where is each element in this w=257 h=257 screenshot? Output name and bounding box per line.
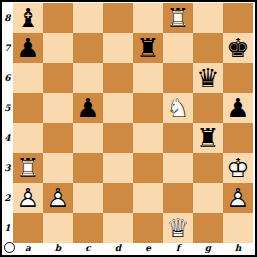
black-queen-glyph: ♛ <box>196 63 219 93</box>
square-c6[interactable] <box>73 63 103 93</box>
square-e7[interactable]: ♜ <box>133 33 163 63</box>
square-f7[interactable] <box>163 33 193 63</box>
square-c5[interactable]: ♟ <box>73 93 103 123</box>
square-a4[interactable] <box>13 123 43 153</box>
file-label-d: d <box>103 242 133 255</box>
square-a1[interactable] <box>13 213 43 243</box>
square-a8[interactable]: ♝ <box>13 3 43 33</box>
square-f8[interactable]: ♜♖ <box>163 3 193 33</box>
file-label-g: g <box>193 242 223 255</box>
square-g8[interactable] <box>193 3 223 33</box>
black-bishop[interactable]: ♝ <box>13 3 43 33</box>
rank-label-4: 4 <box>2 123 13 153</box>
black-king[interactable]: ♚ <box>223 33 253 63</box>
black-pawn-glyph: ♟ <box>76 93 99 123</box>
black-pawn-glyph: ♟ <box>226 93 249 123</box>
white-rook-glyph: ♖ <box>166 3 189 33</box>
square-g4[interactable]: ♜ <box>193 123 223 153</box>
square-e6[interactable] <box>133 63 163 93</box>
chess-diagram: 87654321 ♝♜♖♟♜♚♛♟♞♘♟♜♜♖♚♔♟♙♟♙♟♙♛♕ abcdef… <box>0 0 257 257</box>
square-a6[interactable] <box>13 63 43 93</box>
square-d1[interactable] <box>103 213 133 243</box>
square-e8[interactable] <box>133 3 163 33</box>
black-bishop-glyph: ♝ <box>16 3 39 33</box>
file-label-a: a <box>13 242 43 255</box>
white-to-move-icon <box>4 242 15 253</box>
square-g2[interactable] <box>193 183 223 213</box>
square-c2[interactable] <box>73 183 103 213</box>
square-h1[interactable] <box>223 213 253 243</box>
black-rook-glyph: ♜ <box>136 33 159 63</box>
square-e3[interactable] <box>133 153 163 183</box>
white-king[interactable]: ♚♔ <box>223 153 253 183</box>
black-king-glyph: ♚ <box>226 33 249 63</box>
rank-labels: 87654321 <box>2 3 13 243</box>
square-a2[interactable]: ♟♙ <box>13 183 43 213</box>
white-pawn-glyph: ♙ <box>46 183 69 213</box>
square-h6[interactable] <box>223 63 253 93</box>
square-c8[interactable] <box>73 3 103 33</box>
square-h8[interactable] <box>223 3 253 33</box>
file-label-f: f <box>163 242 193 255</box>
white-rook[interactable]: ♜♖ <box>13 153 43 183</box>
square-e5[interactable] <box>133 93 163 123</box>
rank-label-7: 7 <box>2 33 13 63</box>
square-b7[interactable] <box>43 33 73 63</box>
square-e2[interactable] <box>133 183 163 213</box>
square-b6[interactable] <box>43 63 73 93</box>
square-b8[interactable] <box>43 3 73 33</box>
white-queen[interactable]: ♛♕ <box>163 213 193 243</box>
square-g7[interactable] <box>193 33 223 63</box>
black-pawn[interactable]: ♟ <box>13 33 43 63</box>
white-rook[interactable]: ♜♖ <box>163 3 193 33</box>
white-rook-glyph: ♖ <box>16 153 39 183</box>
square-c3[interactable] <box>73 153 103 183</box>
square-g1[interactable] <box>193 213 223 243</box>
rank-label-2: 2 <box>2 183 13 213</box>
white-queen-glyph: ♕ <box>166 213 189 243</box>
white-pawn[interactable]: ♟♙ <box>43 183 73 213</box>
square-d5[interactable] <box>103 93 133 123</box>
square-d8[interactable] <box>103 3 133 33</box>
square-b4[interactable] <box>43 123 73 153</box>
square-f2[interactable] <box>163 183 193 213</box>
white-knight-glyph: ♘ <box>166 93 189 123</box>
file-label-e: e <box>133 242 163 255</box>
square-g5[interactable] <box>193 93 223 123</box>
rank-label-1: 1 <box>2 213 13 243</box>
white-pawn-glyph: ♙ <box>226 183 249 213</box>
square-h4[interactable] <box>223 123 253 153</box>
square-h3[interactable]: ♚♔ <box>223 153 253 183</box>
black-queen[interactable]: ♛ <box>193 63 223 93</box>
square-e1[interactable] <box>133 213 163 243</box>
white-king-glyph: ♔ <box>226 153 249 183</box>
white-knight[interactable]: ♞♘ <box>163 93 193 123</box>
square-a5[interactable] <box>13 93 43 123</box>
rank-label-3: 3 <box>2 153 13 183</box>
square-f3[interactable] <box>163 153 193 183</box>
square-g6[interactable]: ♛ <box>193 63 223 93</box>
black-pawn[interactable]: ♟ <box>223 93 253 123</box>
square-c4[interactable] <box>73 123 103 153</box>
rank-label-6: 6 <box>2 63 13 93</box>
square-b3[interactable] <box>43 153 73 183</box>
black-pawn-glyph: ♟ <box>16 33 39 63</box>
white-pawn[interactable]: ♟♙ <box>13 183 43 213</box>
chess-board: ♝♜♖♟♜♚♛♟♞♘♟♜♜♖♚♔♟♙♟♙♟♙♛♕ <box>13 3 253 243</box>
white-pawn[interactable]: ♟♙ <box>223 183 253 213</box>
file-labels: abcdefgh <box>13 242 253 255</box>
black-pawn[interactable]: ♟ <box>73 93 103 123</box>
black-rook-glyph: ♜ <box>196 123 219 153</box>
square-d2[interactable] <box>103 183 133 213</box>
black-rook[interactable]: ♜ <box>133 33 163 63</box>
square-d7[interactable] <box>103 33 133 63</box>
square-d4[interactable] <box>103 123 133 153</box>
square-d3[interactable] <box>103 153 133 183</box>
square-h2[interactable]: ♟♙ <box>223 183 253 213</box>
square-d6[interactable] <box>103 63 133 93</box>
file-label-h: h <box>223 242 253 255</box>
file-label-b: b <box>43 242 73 255</box>
square-g3[interactable] <box>193 153 223 183</box>
square-h7[interactable]: ♚ <box>223 33 253 63</box>
square-f1[interactable]: ♛♕ <box>163 213 193 243</box>
square-a3[interactable]: ♜♖ <box>13 153 43 183</box>
square-b5[interactable] <box>43 93 73 123</box>
square-h5[interactable]: ♟ <box>223 93 253 123</box>
square-a7[interactable]: ♟ <box>13 33 43 63</box>
rank-label-8: 8 <box>2 3 13 33</box>
square-f6[interactable] <box>163 63 193 93</box>
square-c1[interactable] <box>73 213 103 243</box>
file-label-c: c <box>73 242 103 255</box>
square-b2[interactable]: ♟♙ <box>43 183 73 213</box>
square-e4[interactable] <box>133 123 163 153</box>
rank-label-5: 5 <box>2 93 13 123</box>
square-b1[interactable] <box>43 213 73 243</box>
square-f5[interactable]: ♞♘ <box>163 93 193 123</box>
black-rook[interactable]: ♜ <box>193 123 223 153</box>
white-pawn-glyph: ♙ <box>16 183 39 213</box>
square-f4[interactable] <box>163 123 193 153</box>
square-c7[interactable] <box>73 33 103 63</box>
